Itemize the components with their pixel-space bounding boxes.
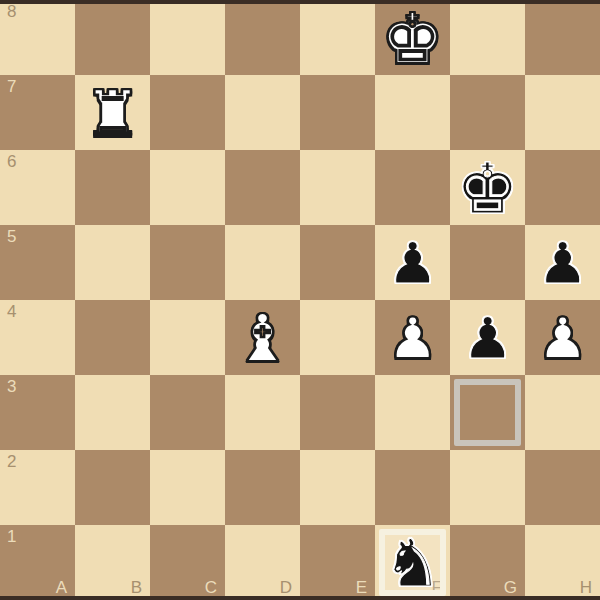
square-g2[interactable] [450, 450, 525, 525]
square-a2[interactable]: 2 [0, 450, 75, 525]
square-h8[interactable] [525, 0, 600, 75]
black-king-g6[interactable]: ♚ [450, 151, 525, 226]
square-f3[interactable] [375, 375, 450, 450]
square-e2[interactable] [300, 450, 375, 525]
rank-label-8: 8 [7, 3, 16, 22]
square-d5[interactable] [225, 225, 300, 300]
square-a3[interactable]: 3 [0, 375, 75, 450]
square-g1[interactable]: G [450, 525, 525, 600]
rank-label-2: 2 [7, 453, 16, 472]
square-h5[interactable]: ♟ [525, 225, 600, 300]
square-a5[interactable]: 5 [0, 225, 75, 300]
top-edge-strip [0, 0, 600, 4]
rank-label-3: 3 [7, 378, 16, 397]
square-b4[interactable] [75, 300, 150, 375]
rank-label-6: 6 [7, 153, 16, 172]
square-g4[interactable]: ♟ [450, 300, 525, 375]
square-h2[interactable] [525, 450, 600, 525]
black-pawn-h5[interactable]: ♟ [525, 226, 600, 301]
square-d4[interactable]: ♝ [225, 300, 300, 375]
white-rook-b7[interactable]: ♜ [75, 76, 150, 151]
square-g8[interactable] [450, 0, 525, 75]
square-g6[interactable]: ♚ [450, 150, 525, 225]
square-h7[interactable] [525, 75, 600, 150]
square-h3[interactable] [525, 375, 600, 450]
square-c8[interactable] [150, 0, 225, 75]
square-c5[interactable] [150, 225, 225, 300]
square-f5[interactable]: ♟ [375, 225, 450, 300]
rank-label-4: 4 [7, 303, 16, 322]
move-target-highlight-g3 [454, 379, 521, 446]
square-b3[interactable] [75, 375, 150, 450]
square-h6[interactable] [525, 150, 600, 225]
square-c2[interactable] [150, 450, 225, 525]
square-e4[interactable] [300, 300, 375, 375]
square-c3[interactable] [150, 375, 225, 450]
square-f1[interactable]: F♞ [375, 525, 450, 600]
square-e6[interactable] [300, 150, 375, 225]
black-pawn-g4[interactable]: ♟ [450, 301, 525, 376]
rank-label-1: 1 [7, 528, 16, 547]
square-c6[interactable] [150, 150, 225, 225]
square-f8[interactable]: ♚ [375, 0, 450, 75]
square-e8[interactable] [300, 0, 375, 75]
chess-board-wrapper: 8♚7♜6♚5♟♟4♝♟♟♟321ABCDEF♞GH [0, 0, 600, 600]
rank-label-7: 7 [7, 78, 16, 97]
square-f6[interactable] [375, 150, 450, 225]
square-d1[interactable]: D [225, 525, 300, 600]
square-f2[interactable] [375, 450, 450, 525]
square-d3[interactable] [225, 375, 300, 450]
square-d6[interactable] [225, 150, 300, 225]
square-e1[interactable]: E [300, 525, 375, 600]
square-b2[interactable] [75, 450, 150, 525]
square-c1[interactable]: C [150, 525, 225, 600]
square-f4[interactable]: ♟ [375, 300, 450, 375]
rank-label-5: 5 [7, 228, 16, 247]
square-a8[interactable]: 8 [0, 0, 75, 75]
black-knight-f1[interactable]: ♞ [375, 526, 450, 600]
white-pawn-h4[interactable]: ♟ [525, 301, 600, 376]
square-a7[interactable]: 7 [0, 75, 75, 150]
bottom-edge-strip [0, 596, 600, 600]
square-f7[interactable] [375, 75, 450, 150]
square-b5[interactable] [75, 225, 150, 300]
white-bishop-d4[interactable]: ♝ [225, 301, 300, 376]
square-a6[interactable]: 6 [0, 150, 75, 225]
white-pawn-f4[interactable]: ♟ [375, 301, 450, 376]
square-c7[interactable] [150, 75, 225, 150]
square-h1[interactable]: H [525, 525, 600, 600]
square-d8[interactable] [225, 0, 300, 75]
square-c4[interactable] [150, 300, 225, 375]
square-d2[interactable] [225, 450, 300, 525]
square-a1[interactable]: 1A [0, 525, 75, 600]
square-a4[interactable]: 4 [0, 300, 75, 375]
white-king-f8[interactable]: ♚ [375, 1, 450, 76]
square-g5[interactable] [450, 225, 525, 300]
square-h4[interactable]: ♟ [525, 300, 600, 375]
square-e7[interactable] [300, 75, 375, 150]
square-b1[interactable]: B [75, 525, 150, 600]
square-b8[interactable] [75, 0, 150, 75]
square-g7[interactable] [450, 75, 525, 150]
square-g3[interactable] [450, 375, 525, 450]
square-b6[interactable] [75, 150, 150, 225]
square-d7[interactable] [225, 75, 300, 150]
black-pawn-f5[interactable]: ♟ [375, 226, 450, 301]
square-e3[interactable] [300, 375, 375, 450]
square-e5[interactable] [300, 225, 375, 300]
chess-board: 8♚7♜6♚5♟♟4♝♟♟♟321ABCDEF♞GH [0, 0, 600, 600]
square-b7[interactable]: ♜ [75, 75, 150, 150]
